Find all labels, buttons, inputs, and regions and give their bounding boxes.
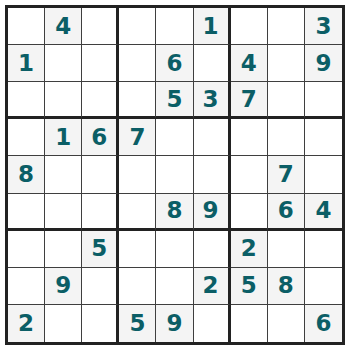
sudoku-page: 41316495371678789645292582596 — [0, 0, 350, 350]
cell-r4c5[interactable] — [156, 119, 193, 156]
cell-r8c7[interactable]: 5 — [231, 268, 268, 305]
cell-r8c6[interactable]: 2 — [194, 268, 231, 305]
cell-r6c1[interactable] — [8, 194, 45, 231]
cell-r8c8[interactable]: 8 — [268, 268, 305, 305]
cell-r6c9[interactable]: 4 — [305, 194, 342, 231]
cell-r8c3[interactable] — [82, 268, 119, 305]
cell-r3c2[interactable] — [45, 82, 82, 119]
cell-r9c4[interactable]: 5 — [119, 305, 156, 342]
cell-r4c6[interactable] — [194, 119, 231, 156]
cell-r8c1[interactable] — [8, 268, 45, 305]
cell-r4c7[interactable] — [231, 119, 268, 156]
cell-r6c8[interactable]: 6 — [268, 194, 305, 231]
cell-r5c1[interactable]: 8 — [8, 156, 45, 193]
cell-r1c3[interactable] — [82, 8, 119, 45]
cell-r9c7[interactable] — [231, 305, 268, 342]
cell-r2c3[interactable] — [82, 45, 119, 82]
cell-r8c2[interactable]: 9 — [45, 268, 82, 305]
cell-r7c4[interactable] — [119, 231, 156, 268]
cell-r8c5[interactable] — [156, 268, 193, 305]
cell-r2c5[interactable]: 6 — [156, 45, 193, 82]
cell-r8c4[interactable] — [119, 268, 156, 305]
cell-r9c1[interactable]: 2 — [8, 305, 45, 342]
cell-r2c2[interactable] — [45, 45, 82, 82]
cell-r4c2[interactable]: 1 — [45, 119, 82, 156]
cell-r5c6[interactable] — [194, 156, 231, 193]
cell-r6c6[interactable]: 9 — [194, 194, 231, 231]
cell-r1c6[interactable]: 1 — [194, 8, 231, 45]
cell-r7c8[interactable] — [268, 231, 305, 268]
cell-r5c8[interactable]: 7 — [268, 156, 305, 193]
cell-r4c3[interactable]: 6 — [82, 119, 119, 156]
cell-r5c9[interactable] — [305, 156, 342, 193]
cell-r1c8[interactable] — [268, 8, 305, 45]
cell-r6c2[interactable] — [45, 194, 82, 231]
cell-r9c8[interactable] — [268, 305, 305, 342]
cell-r8c9[interactable] — [305, 268, 342, 305]
cell-r7c1[interactable] — [8, 231, 45, 268]
cell-r9c6[interactable] — [194, 305, 231, 342]
cell-r3c3[interactable] — [82, 82, 119, 119]
cell-r3c4[interactable] — [119, 82, 156, 119]
cell-r5c5[interactable] — [156, 156, 193, 193]
cell-r7c2[interactable] — [45, 231, 82, 268]
cell-r7c7[interactable]: 2 — [231, 231, 268, 268]
cell-r5c2[interactable] — [45, 156, 82, 193]
cell-r2c9[interactable]: 9 — [305, 45, 342, 82]
cell-r4c4[interactable]: 7 — [119, 119, 156, 156]
cell-r6c4[interactable] — [119, 194, 156, 231]
cell-r9c3[interactable] — [82, 305, 119, 342]
cell-r1c5[interactable] — [156, 8, 193, 45]
cell-r9c5[interactable]: 9 — [156, 305, 193, 342]
cell-r3c8[interactable] — [268, 82, 305, 119]
cell-r1c2[interactable]: 4 — [45, 8, 82, 45]
cell-r3c7[interactable]: 7 — [231, 82, 268, 119]
cell-r2c6[interactable] — [194, 45, 231, 82]
cell-r1c1[interactable] — [8, 8, 45, 45]
cell-r6c7[interactable] — [231, 194, 268, 231]
cell-r5c4[interactable] — [119, 156, 156, 193]
cell-r1c4[interactable] — [119, 8, 156, 45]
cell-r3c9[interactable] — [305, 82, 342, 119]
cell-r2c7[interactable]: 4 — [231, 45, 268, 82]
cell-r4c8[interactable] — [268, 119, 305, 156]
cell-r5c7[interactable] — [231, 156, 268, 193]
cell-r6c3[interactable] — [82, 194, 119, 231]
cell-r2c4[interactable] — [119, 45, 156, 82]
cell-r6c5[interactable]: 8 — [156, 194, 193, 231]
cell-r5c3[interactable] — [82, 156, 119, 193]
cell-r3c1[interactable] — [8, 82, 45, 119]
cell-r7c3[interactable]: 5 — [82, 231, 119, 268]
cell-r9c2[interactable] — [45, 305, 82, 342]
cell-r7c9[interactable] — [305, 231, 342, 268]
cell-r3c5[interactable]: 5 — [156, 82, 193, 119]
cell-r9c9[interactable]: 6 — [305, 305, 342, 342]
cell-r3c6[interactable]: 3 — [194, 82, 231, 119]
cell-r4c9[interactable] — [305, 119, 342, 156]
cell-r2c1[interactable]: 1 — [8, 45, 45, 82]
cell-r1c9[interactable]: 3 — [305, 8, 342, 45]
cell-r1c7[interactable] — [231, 8, 268, 45]
sudoku-board: 41316495371678789645292582596 — [5, 5, 345, 345]
cell-r7c6[interactable] — [194, 231, 231, 268]
cell-r4c1[interactable] — [8, 119, 45, 156]
cell-r2c8[interactable] — [268, 45, 305, 82]
cell-r7c5[interactable] — [156, 231, 193, 268]
